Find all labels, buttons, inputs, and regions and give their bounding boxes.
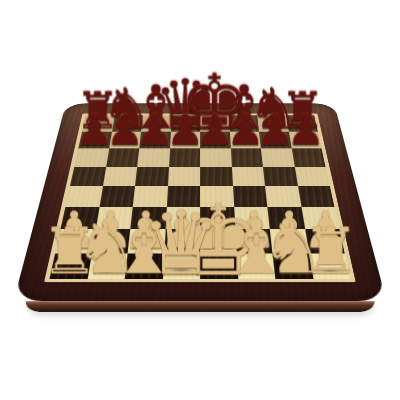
board-front-edge [25, 301, 374, 312]
white-rook-h1[interactable]: ♜ [298, 219, 362, 283]
chessboard-scene: ♜♞♝♛♚♝♞♜♟♟♟♟♟♟♟♟♟♟♟♟♟♟♟♟♜♞♝♛♚♝♞♜ [0, 0, 400, 400]
white-queen-d1[interactable]: ♛ [137, 199, 225, 287]
white-bishop-f1[interactable]: ♝ [218, 209, 294, 285]
photo-background: ♜♞♝♛♚♝♞♜♟♟♟♟♟♟♟♟♟♟♟♟♟♟♟♟♜♞♝♛♚♝♞♜ [0, 0, 400, 400]
piece-layer: ♜♞♝♛♚♝♞♜♟♟♟♟♟♟♟♟♟♟♟♟♟♟♟♟♜♞♝♛♚♝♞♜ [13, 103, 386, 301]
white-rook-a1[interactable]: ♜ [38, 219, 102, 283]
chess-board: ♜♞♝♛♚♝♞♜♟♟♟♟♟♟♟♟♟♟♟♟♟♟♟♟♜♞♝♛♚♝♞♜ [13, 103, 386, 301]
black-pawn-h7[interactable]: ♟ [284, 108, 327, 151]
